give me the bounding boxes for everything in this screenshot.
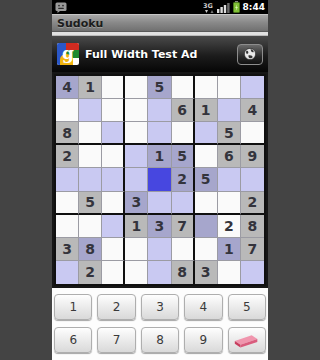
cell-r4c3[interactable] <box>102 145 125 168</box>
num-button-8[interactable]: 8 <box>141 327 179 353</box>
google-logo-letter: g <box>57 43 79 65</box>
cell-r5c1[interactable] <box>56 168 79 191</box>
cell-r8c1[interactable]: 3 <box>56 238 79 261</box>
cell-r1c2[interactable]: 1 <box>79 76 102 99</box>
cell-r9c3[interactable] <box>102 261 125 284</box>
cell-r2c3[interactable] <box>102 99 125 122</box>
cell-r3c2[interactable] <box>79 122 102 145</box>
cell-r3c9[interactable] <box>241 122 264 145</box>
cell-r3c6[interactable] <box>172 122 195 145</box>
cell-r8c9[interactable]: 7 <box>241 238 264 261</box>
keypad-row-1: 12345 <box>54 294 266 320</box>
num-button-4[interactable]: 4 <box>184 294 222 320</box>
cell-r6c1[interactable] <box>56 192 79 215</box>
cell-r5c2[interactable] <box>79 168 102 191</box>
cell-r3c7[interactable] <box>195 122 218 145</box>
battery-icon <box>233 1 240 13</box>
cell-r1c9[interactable] <box>241 76 264 99</box>
sudoku-board: 415614852156925532137283817283 <box>54 74 266 286</box>
google-logo-icon: g <box>57 43 79 65</box>
cell-r6c9[interactable]: 2 <box>241 192 264 215</box>
cell-r9c1[interactable] <box>56 261 79 284</box>
cell-r7c4[interactable]: 1 <box>125 215 148 238</box>
ad-text: Full Width Test Ad <box>85 48 231 61</box>
cell-r7c6[interactable]: 7 <box>172 215 195 238</box>
cell-r7c3[interactable] <box>102 215 125 238</box>
cell-r9c7[interactable]: 3 <box>195 261 218 284</box>
cell-r1c6[interactable] <box>172 76 195 99</box>
message-icon <box>55 2 67 13</box>
keypad-row-2: 6789 <box>54 327 266 353</box>
cell-r1c8[interactable] <box>218 76 241 99</box>
cell-r5c5-selected[interactable] <box>148 168 171 191</box>
cell-r5c6[interactable]: 2 <box>172 168 195 191</box>
cell-r6c7[interactable] <box>195 192 218 215</box>
cell-r3c3[interactable] <box>102 122 125 145</box>
num-button-5[interactable]: 5 <box>228 294 266 320</box>
cell-r9c2[interactable]: 2 <box>79 261 102 284</box>
svg-text:3G: 3G <box>203 2 213 10</box>
eraser-button[interactable] <box>228 327 266 353</box>
cell-r4c7[interactable] <box>195 145 218 168</box>
num-button-7[interactable]: 7 <box>97 327 135 353</box>
cell-r4c8[interactable]: 6 <box>218 145 241 168</box>
cell-r8c5[interactable] <box>148 238 171 261</box>
sudoku-app-screen: 3G 8:44 Sudoku g Full Width Test Ad <box>52 0 268 360</box>
cell-r7c5[interactable]: 3 <box>148 215 171 238</box>
cell-r1c4[interactable] <box>125 76 148 99</box>
status-bar: 3G 8:44 <box>52 0 268 14</box>
cell-r5c3[interactable] <box>102 168 125 191</box>
cell-r8c2[interactable]: 8 <box>79 238 102 261</box>
eraser-icon <box>232 331 262 349</box>
cell-r9c8[interactable] <box>218 261 241 284</box>
cell-r1c7[interactable] <box>195 76 218 99</box>
cell-r8c6[interactable] <box>172 238 195 261</box>
cell-r3c8[interactable]: 5 <box>218 122 241 145</box>
cell-r5c8[interactable] <box>218 168 241 191</box>
board-area: 415614852156925532137283817283 <box>52 72 268 288</box>
cell-r2c7[interactable]: 1 <box>195 99 218 122</box>
cell-r8c7[interactable] <box>195 238 218 261</box>
cell-r4c9[interactable]: 9 <box>241 145 264 168</box>
cell-r3c5[interactable] <box>148 122 171 145</box>
cell-r6c6[interactable] <box>172 192 195 215</box>
cell-r6c3[interactable] <box>102 192 125 215</box>
cell-r2c5[interactable] <box>148 99 171 122</box>
cell-r4c1[interactable]: 2 <box>56 145 79 168</box>
cell-r1c5[interactable]: 5 <box>148 76 171 99</box>
signal-icon <box>217 2 230 13</box>
cell-r5c9[interactable] <box>241 168 264 191</box>
clock-text: 8:44 <box>243 0 265 14</box>
cell-r4c5[interactable]: 1 <box>148 145 171 168</box>
globe-icon <box>243 47 257 61</box>
cell-r2c1[interactable] <box>56 99 79 122</box>
cell-r1c1[interactable]: 4 <box>56 76 79 99</box>
cell-r9c5[interactable] <box>148 261 171 284</box>
cell-r4c2[interactable] <box>79 145 102 168</box>
app-title: Sudoku <box>57 17 103 30</box>
cell-r2c8[interactable] <box>218 99 241 122</box>
num-button-2[interactable]: 2 <box>97 294 135 320</box>
cell-r7c1[interactable] <box>56 215 79 238</box>
cell-r2c6[interactable]: 6 <box>172 99 195 122</box>
cell-r8c3[interactable] <box>102 238 125 261</box>
cell-r2c9[interactable]: 4 <box>241 99 264 122</box>
cell-r7c7[interactable] <box>195 215 218 238</box>
cell-r9c9[interactable] <box>241 261 264 284</box>
cell-r8c4[interactable] <box>125 238 148 261</box>
ad-banner[interactable]: g Full Width Test Ad <box>52 36 268 72</box>
cell-r6c4[interactable]: 3 <box>125 192 148 215</box>
cell-r3c4[interactable] <box>125 122 148 145</box>
cell-r5c7[interactable]: 5 <box>195 168 218 191</box>
cell-r9c6[interactable]: 8 <box>172 261 195 284</box>
title-bar: Sudoku <box>52 14 268 32</box>
number-keypad: 12345 6789 <box>52 288 268 360</box>
cell-r9c4[interactable] <box>125 261 148 284</box>
num-button-1[interactable]: 1 <box>54 294 92 320</box>
cell-r6c5[interactable] <box>148 192 171 215</box>
mobile-data-icon: 3G <box>203 2 214 13</box>
cell-r2c2[interactable] <box>79 99 102 122</box>
cell-r3c1[interactable]: 8 <box>56 122 79 145</box>
cell-r7c8[interactable]: 2 <box>218 215 241 238</box>
cell-r6c2[interactable]: 5 <box>79 192 102 215</box>
cell-r7c9[interactable]: 8 <box>241 215 264 238</box>
num-button-9[interactable]: 9 <box>184 327 222 353</box>
num-button-6[interactable]: 6 <box>54 327 92 353</box>
cell-r5c4[interactable] <box>125 168 148 191</box>
num-button-3[interactable]: 3 <box>141 294 179 320</box>
cell-r2c4[interactable] <box>125 99 148 122</box>
cell-r6c8[interactable] <box>218 192 241 215</box>
cell-r1c3[interactable] <box>102 76 125 99</box>
cell-r7c2[interactable] <box>79 215 102 238</box>
cell-r4c6[interactable]: 5 <box>172 145 195 168</box>
cell-r8c8[interactable]: 1 <box>218 238 241 261</box>
ad-open-button[interactable] <box>237 44 263 65</box>
cell-r4c4[interactable] <box>125 145 148 168</box>
